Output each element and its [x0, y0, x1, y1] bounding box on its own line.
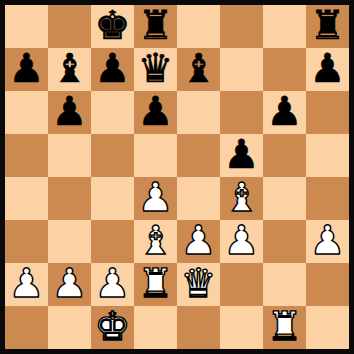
square-e3[interactable]: ♟: [177, 220, 220, 263]
white-pawn: ♟: [138, 177, 174, 219]
square-c8[interactable]: ♚: [91, 5, 134, 48]
black-rook: ♜: [310, 5, 346, 47]
square-e4[interactable]: [177, 177, 220, 220]
chess-board: ♚♜♜♟♝♟♛♝♟♟♟♟♟♟♝♝♟♟♟♟♟♟♜♛♚♜: [5, 5, 349, 349]
square-b8[interactable]: [48, 5, 91, 48]
white-rook: ♜: [267, 306, 303, 348]
square-h7[interactable]: ♟: [306, 48, 349, 91]
square-a5[interactable]: [5, 134, 48, 177]
black-rook: ♜: [138, 5, 174, 47]
black-pawn: ♟: [224, 134, 260, 176]
square-a8[interactable]: [5, 5, 48, 48]
square-b3[interactable]: [48, 220, 91, 263]
square-h6[interactable]: [306, 91, 349, 134]
square-f7[interactable]: [220, 48, 263, 91]
white-pawn: ♟: [181, 220, 217, 262]
square-g7[interactable]: [263, 48, 306, 91]
square-d7[interactable]: ♛: [134, 48, 177, 91]
square-a2[interactable]: ♟: [5, 263, 48, 306]
square-c2[interactable]: ♟: [91, 263, 134, 306]
square-f8[interactable]: [220, 5, 263, 48]
chess-board-frame: ♚♜♜♟♝♟♛♝♟♟♟♟♟♟♝♝♟♟♟♟♟♟♜♛♚♜: [0, 0, 354, 354]
square-c4[interactable]: [91, 177, 134, 220]
square-b4[interactable]: [48, 177, 91, 220]
square-d5[interactable]: [134, 134, 177, 177]
square-g6[interactable]: ♟: [263, 91, 306, 134]
square-a4[interactable]: [5, 177, 48, 220]
square-d1[interactable]: [134, 306, 177, 349]
square-d8[interactable]: ♜: [134, 5, 177, 48]
square-h8[interactable]: ♜: [306, 5, 349, 48]
square-e6[interactable]: [177, 91, 220, 134]
square-f5[interactable]: ♟: [220, 134, 263, 177]
white-pawn: ♟: [52, 263, 88, 305]
black-bishop: ♝: [52, 48, 88, 90]
square-f3[interactable]: ♟: [220, 220, 263, 263]
square-a7[interactable]: ♟: [5, 48, 48, 91]
square-f2[interactable]: [220, 263, 263, 306]
square-g5[interactable]: [263, 134, 306, 177]
black-king: ♚: [95, 5, 131, 47]
square-a3[interactable]: [5, 220, 48, 263]
square-e2[interactable]: ♛: [177, 263, 220, 306]
white-king: ♚: [95, 306, 131, 348]
square-e8[interactable]: [177, 5, 220, 48]
square-f4[interactable]: ♝: [220, 177, 263, 220]
white-bishop: ♝: [224, 177, 260, 219]
square-e5[interactable]: [177, 134, 220, 177]
square-a6[interactable]: [5, 91, 48, 134]
white-pawn: ♟: [9, 263, 45, 305]
square-g3[interactable]: [263, 220, 306, 263]
black-bishop: ♝: [181, 48, 217, 90]
black-pawn: ♟: [9, 48, 45, 90]
black-queen: ♛: [138, 48, 174, 90]
square-c6[interactable]: [91, 91, 134, 134]
square-h5[interactable]: [306, 134, 349, 177]
square-c1[interactable]: ♚: [91, 306, 134, 349]
square-b7[interactable]: ♝: [48, 48, 91, 91]
white-rook: ♜: [138, 263, 174, 305]
square-h2[interactable]: [306, 263, 349, 306]
square-d2[interactable]: ♜: [134, 263, 177, 306]
square-g4[interactable]: [263, 177, 306, 220]
square-b2[interactable]: ♟: [48, 263, 91, 306]
black-pawn: ♟: [310, 48, 346, 90]
black-pawn: ♟: [52, 91, 88, 133]
black-pawn: ♟: [267, 91, 303, 133]
square-d6[interactable]: ♟: [134, 91, 177, 134]
square-g8[interactable]: [263, 5, 306, 48]
white-pawn: ♟: [310, 220, 346, 262]
white-queen: ♛: [181, 263, 217, 305]
white-bishop: ♝: [138, 220, 174, 262]
square-c7[interactable]: ♟: [91, 48, 134, 91]
square-d4[interactable]: ♟: [134, 177, 177, 220]
square-a1[interactable]: [5, 306, 48, 349]
square-d3[interactable]: ♝: [134, 220, 177, 263]
square-c5[interactable]: [91, 134, 134, 177]
square-g1[interactable]: ♜: [263, 306, 306, 349]
square-f6[interactable]: [220, 91, 263, 134]
square-f1[interactable]: [220, 306, 263, 349]
square-h3[interactable]: ♟: [306, 220, 349, 263]
square-e7[interactable]: ♝: [177, 48, 220, 91]
square-g2[interactable]: [263, 263, 306, 306]
square-h1[interactable]: [306, 306, 349, 349]
white-pawn: ♟: [224, 220, 260, 262]
white-pawn: ♟: [95, 263, 131, 305]
square-b5[interactable]: [48, 134, 91, 177]
black-pawn: ♟: [95, 48, 131, 90]
square-b6[interactable]: ♟: [48, 91, 91, 134]
black-pawn: ♟: [138, 91, 174, 133]
square-h4[interactable]: [306, 177, 349, 220]
square-e1[interactable]: [177, 306, 220, 349]
square-c3[interactable]: [91, 220, 134, 263]
square-b1[interactable]: [48, 306, 91, 349]
